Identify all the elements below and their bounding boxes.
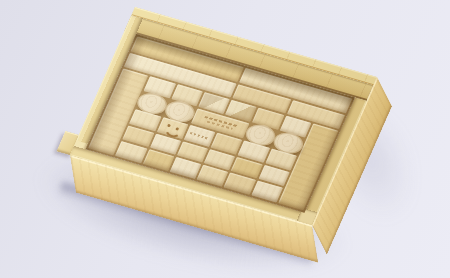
photo-scene [0, 0, 450, 278]
